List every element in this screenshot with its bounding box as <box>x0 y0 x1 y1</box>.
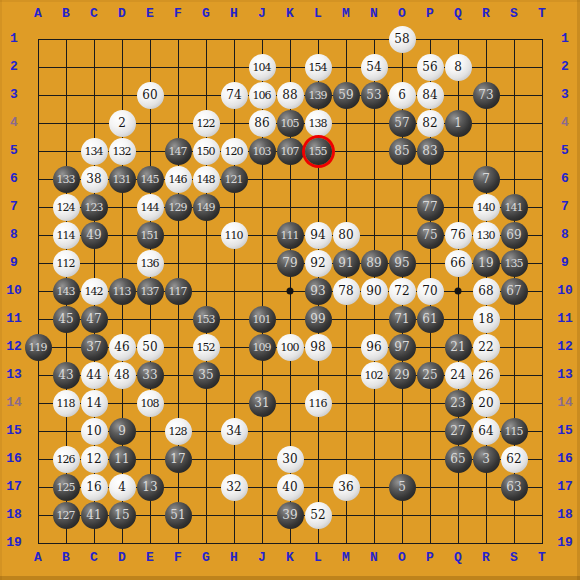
stone-black-59-M3: 59 <box>333 82 360 109</box>
row-label-left-2: 2 <box>1 59 27 75</box>
move-number: 108 <box>141 398 159 409</box>
stone-black-35-G13: 35 <box>193 362 220 389</box>
col-label-top-Q: Q <box>444 6 472 22</box>
move-number: 7 <box>482 173 490 185</box>
stone-black-67-S10: 67 <box>501 278 528 305</box>
move-number: 96 <box>366 341 381 353</box>
go-board-diagram: 1234567891011121314151617181920212223242… <box>0 0 580 580</box>
row-label-right-11: 11 <box>552 311 578 327</box>
move-number: 155 <box>309 146 327 157</box>
move-number: 57 <box>394 117 409 129</box>
row-label-right-9: 9 <box>552 255 578 271</box>
move-number: 26 <box>478 369 493 381</box>
stone-white-2-D4: 2 <box>109 110 136 137</box>
move-number: 136 <box>141 258 159 269</box>
move-number: 3 <box>482 453 490 465</box>
row-label-left-4: 4 <box>1 115 27 131</box>
row-label-left-14: 14 <box>1 395 27 411</box>
stone-black-121-H6: 121 <box>221 166 248 193</box>
move-number: 100 <box>281 342 299 353</box>
row-label-left-3: 3 <box>1 87 27 103</box>
move-number: 43 <box>58 369 73 381</box>
move-number: 76 <box>450 229 465 241</box>
col-label-bottom-R: R <box>472 550 500 566</box>
col-label-bottom-Q: Q <box>444 550 472 566</box>
move-number: 14 <box>86 397 101 409</box>
move-number: 64 <box>478 425 493 437</box>
stone-white-84-P3: 84 <box>417 82 444 109</box>
move-number: 99 <box>310 313 325 325</box>
stone-black-153-G11: 153 <box>193 306 220 333</box>
move-number: 35 <box>198 369 213 381</box>
move-number: 135 <box>505 258 523 269</box>
move-number: 12 <box>86 453 101 465</box>
row-label-right-15: 15 <box>552 423 578 439</box>
stone-white-54-N2: 54 <box>361 54 388 81</box>
stone-black-13-E17: 13 <box>137 474 164 501</box>
move-number: 50 <box>142 341 157 353</box>
move-number: 139 <box>309 90 327 101</box>
move-number: 75 <box>422 229 437 241</box>
move-number: 70 <box>422 285 437 297</box>
stone-black-99-L11: 99 <box>305 306 332 333</box>
move-number: 29 <box>394 369 409 381</box>
stone-white-92-L9: 92 <box>305 250 332 277</box>
move-number: 37 <box>86 341 101 353</box>
stone-white-20-R14: 20 <box>473 390 500 417</box>
stone-white-78-M10: 78 <box>333 278 360 305</box>
move-number: 16 <box>86 481 101 493</box>
move-number: 44 <box>86 369 101 381</box>
move-number: 17 <box>170 453 185 465</box>
stone-white-40-K17: 40 <box>277 474 304 501</box>
move-number: 91 <box>338 257 353 269</box>
move-number: 74 <box>226 89 241 101</box>
stone-black-141-S7: 141 <box>501 194 528 221</box>
row-label-left-18: 18 <box>1 507 27 523</box>
move-number: 125 <box>57 482 75 493</box>
stone-black-71-O11: 71 <box>389 306 416 333</box>
stone-white-46-D12: 46 <box>109 334 136 361</box>
move-number: 118 <box>57 398 75 409</box>
row-label-right-1: 1 <box>552 31 578 47</box>
stone-white-148-G6: 148 <box>193 166 220 193</box>
stone-white-18-R11: 18 <box>473 306 500 333</box>
stone-white-24-Q13: 24 <box>445 362 472 389</box>
col-label-top-F: F <box>164 6 192 22</box>
stone-white-152-G12: 152 <box>193 334 220 361</box>
move-number: 154 <box>309 62 327 73</box>
move-number: 129 <box>169 202 187 213</box>
move-number: 85 <box>394 145 409 157</box>
move-number: 111 <box>281 230 299 241</box>
stone-black-79-K9: 79 <box>277 250 304 277</box>
stone-white-130-R8: 130 <box>473 222 500 249</box>
col-label-bottom-O: O <box>388 550 416 566</box>
stone-black-117-F10: 117 <box>165 278 192 305</box>
row-label-right-18: 18 <box>552 507 578 523</box>
stone-white-150-G5: 150 <box>193 138 220 165</box>
move-number: 149 <box>197 202 215 213</box>
row-label-left-5: 5 <box>1 143 27 159</box>
stone-white-96-N12: 96 <box>361 334 388 361</box>
move-number: 27 <box>450 425 465 437</box>
stone-black-61-P11: 61 <box>417 306 444 333</box>
move-number: 39 <box>282 509 297 521</box>
stone-black-135-S9: 135 <box>501 250 528 277</box>
move-number: 113 <box>113 286 131 297</box>
move-number: 121 <box>225 174 243 185</box>
stone-black-111-K8: 111 <box>277 222 304 249</box>
move-number: 124 <box>57 202 75 213</box>
move-number: 109 <box>253 342 271 353</box>
stone-white-90-N10: 90 <box>361 278 388 305</box>
move-number: 30 <box>282 453 297 465</box>
stone-black-131-D6: 131 <box>109 166 136 193</box>
row-label-left-12: 12 <box>1 339 27 355</box>
move-number: 142 <box>85 286 103 297</box>
stone-white-12-C16: 12 <box>81 446 108 473</box>
stone-black-119-A12: 119 <box>25 334 52 361</box>
move-number: 19 <box>478 257 493 269</box>
stone-white-100-K12: 100 <box>277 334 304 361</box>
stone-white-110-H8: 110 <box>221 222 248 249</box>
move-number: 53 <box>366 89 381 101</box>
stone-white-70-P10: 70 <box>417 278 444 305</box>
move-number: 80 <box>338 229 353 241</box>
col-label-top-G: G <box>192 6 220 22</box>
stone-black-77-P7: 77 <box>417 194 444 221</box>
row-label-right-2: 2 <box>552 59 578 75</box>
stone-black-155-L5: 155 <box>305 138 332 165</box>
stone-white-60-E3: 60 <box>137 82 164 109</box>
stone-black-143-B10: 143 <box>53 278 80 305</box>
stone-white-98-L12: 98 <box>305 334 332 361</box>
row-label-right-13: 13 <box>552 367 578 383</box>
row-label-right-10: 10 <box>552 283 578 299</box>
stone-white-94-L8: 94 <box>305 222 332 249</box>
stone-black-57-O4: 57 <box>389 110 416 137</box>
col-label-top-D: D <box>108 6 136 22</box>
move-number: 45 <box>58 313 73 325</box>
move-number: 148 <box>197 174 215 185</box>
move-number: 66 <box>450 257 465 269</box>
stone-white-138-L4: 138 <box>305 110 332 137</box>
move-number: 77 <box>422 201 437 213</box>
move-number: 46 <box>114 341 129 353</box>
col-label-bottom-H: H <box>220 550 248 566</box>
move-number: 82 <box>422 117 437 129</box>
stone-white-22-R12: 22 <box>473 334 500 361</box>
col-label-top-T: T <box>528 6 556 22</box>
stone-white-104-J2: 104 <box>249 54 276 81</box>
col-label-bottom-P: P <box>416 550 444 566</box>
stone-white-82-P4: 82 <box>417 110 444 137</box>
move-number: 21 <box>450 341 465 353</box>
stone-black-1-Q4: 1 <box>445 110 472 137</box>
stone-black-7-R6: 7 <box>473 166 500 193</box>
stone-white-64-R15: 64 <box>473 418 500 445</box>
col-label-bottom-S: S <box>500 550 528 566</box>
stone-black-29-O13: 29 <box>389 362 416 389</box>
stone-black-27-Q15: 27 <box>445 418 472 445</box>
stone-black-73-R3: 73 <box>473 82 500 109</box>
stone-black-65-Q16: 65 <box>445 446 472 473</box>
col-label-bottom-C: C <box>80 550 108 566</box>
move-number: 137 <box>141 286 159 297</box>
move-number: 95 <box>394 257 409 269</box>
move-number: 90 <box>366 285 381 297</box>
move-number: 56 <box>422 61 437 73</box>
col-label-top-O: O <box>388 6 416 22</box>
move-number: 18 <box>478 313 493 325</box>
move-number: 132 <box>113 146 131 157</box>
stone-black-123-C7: 123 <box>81 194 108 221</box>
stone-white-34-H15: 34 <box>221 418 248 445</box>
stone-white-118-B14: 118 <box>53 390 80 417</box>
stone-white-140-R7: 140 <box>473 194 500 221</box>
move-number: 11 <box>114 453 129 465</box>
stone-black-75-P8: 75 <box>417 222 444 249</box>
stone-white-106-J3: 106 <box>249 82 276 109</box>
stone-black-137-E10: 137 <box>137 278 164 305</box>
move-number: 147 <box>169 146 187 157</box>
col-label-bottom-F: F <box>164 550 192 566</box>
move-number: 152 <box>197 342 215 353</box>
row-label-left-7: 7 <box>1 199 27 215</box>
stone-black-115-S15: 115 <box>501 418 528 445</box>
row-label-right-6: 6 <box>552 171 578 187</box>
stone-white-124-B7: 124 <box>53 194 80 221</box>
move-number: 92 <box>310 257 325 269</box>
stone-white-120-H5: 120 <box>221 138 248 165</box>
stone-black-21-Q12: 21 <box>445 334 472 361</box>
move-number: 79 <box>282 257 297 269</box>
move-number: 73 <box>478 89 493 101</box>
move-number: 40 <box>282 481 297 493</box>
stone-white-66-Q9: 66 <box>445 250 472 277</box>
row-label-left-8: 8 <box>1 227 27 243</box>
move-number: 9 <box>118 425 126 437</box>
stone-white-52-L18: 52 <box>305 502 332 529</box>
col-label-top-A: A <box>24 6 52 22</box>
col-label-top-P: P <box>416 6 444 22</box>
stone-black-37-C12: 37 <box>81 334 108 361</box>
col-label-top-K: K <box>276 6 304 22</box>
move-number: 116 <box>309 398 327 409</box>
stone-black-85-O5: 85 <box>389 138 416 165</box>
stone-white-72-O10: 72 <box>389 278 416 305</box>
stone-white-50-E12: 50 <box>137 334 164 361</box>
stone-white-10-C15: 10 <box>81 418 108 445</box>
move-number: 86 <box>254 117 269 129</box>
stone-black-95-O9: 95 <box>389 250 416 277</box>
row-label-right-19: 19 <box>552 535 578 551</box>
move-number: 101 <box>253 314 271 325</box>
stone-black-139-L3: 139 <box>305 82 332 109</box>
move-number: 97 <box>394 341 409 353</box>
stone-black-47-C11: 47 <box>81 306 108 333</box>
stone-black-33-E13: 33 <box>137 362 164 389</box>
move-number: 59 <box>338 89 353 101</box>
stone-black-109-J12: 109 <box>249 334 276 361</box>
move-number: 33 <box>142 369 157 381</box>
stone-white-16-C17: 16 <box>81 474 108 501</box>
move-number: 6 <box>398 89 406 101</box>
row-label-right-12: 12 <box>552 339 578 355</box>
move-number: 20 <box>478 397 493 409</box>
row-label-right-14: 14 <box>552 395 578 411</box>
stone-black-49-C8: 49 <box>81 222 108 249</box>
stone-white-38-C6: 38 <box>81 166 108 193</box>
stone-white-136-E9: 136 <box>137 250 164 277</box>
move-number: 138 <box>309 118 327 129</box>
move-number: 89 <box>366 257 381 269</box>
row-label-left-11: 11 <box>1 311 27 327</box>
col-label-bottom-G: G <box>192 550 220 566</box>
stone-white-76-Q8: 76 <box>445 222 472 249</box>
move-number: 72 <box>394 285 409 297</box>
row-label-left-9: 9 <box>1 255 27 271</box>
move-number: 32 <box>226 481 241 493</box>
move-number: 131 <box>113 174 131 185</box>
move-number: 47 <box>86 313 101 325</box>
stone-black-133-B6: 133 <box>53 166 80 193</box>
stone-white-144-E7: 144 <box>137 194 164 221</box>
stone-black-43-B13: 43 <box>53 362 80 389</box>
col-label-bottom-K: K <box>276 550 304 566</box>
move-number: 68 <box>478 285 493 297</box>
board-stones-grid: 1234567891011121314151617181920212223242… <box>24 25 556 557</box>
move-number: 69 <box>506 229 521 241</box>
move-number: 63 <box>506 481 521 493</box>
stone-white-146-F6: 146 <box>165 166 192 193</box>
move-number: 60 <box>142 89 157 101</box>
row-label-right-5: 5 <box>552 143 578 159</box>
col-label-top-R: R <box>472 6 500 22</box>
stone-black-41-C18: 41 <box>81 502 108 529</box>
row-label-right-7: 7 <box>552 199 578 215</box>
stone-black-17-F16: 17 <box>165 446 192 473</box>
col-label-top-N: N <box>360 6 388 22</box>
move-number: 49 <box>86 229 101 241</box>
move-number: 107 <box>281 146 299 157</box>
row-label-left-16: 16 <box>1 451 27 467</box>
row-label-left-15: 15 <box>1 423 27 439</box>
col-label-bottom-A: A <box>24 550 52 566</box>
move-number: 5 <box>398 481 406 493</box>
stone-black-91-M9: 91 <box>333 250 360 277</box>
move-number: 134 <box>85 146 103 157</box>
stone-black-101-J11: 101 <box>249 306 276 333</box>
move-number: 98 <box>310 341 325 353</box>
stone-white-134-C5: 134 <box>81 138 108 165</box>
stone-black-69-S8: 69 <box>501 222 528 249</box>
stone-white-6-O3: 6 <box>389 82 416 109</box>
col-label-top-E: E <box>136 6 164 22</box>
move-number: 1 <box>454 117 462 129</box>
col-label-top-J: J <box>248 6 276 22</box>
move-number: 61 <box>422 313 437 325</box>
col-label-bottom-D: D <box>108 550 136 566</box>
move-number: 34 <box>226 425 241 437</box>
move-number: 145 <box>141 174 159 185</box>
stone-white-80-M8: 80 <box>333 222 360 249</box>
stone-white-102-N13: 102 <box>361 362 388 389</box>
move-number: 51 <box>170 509 185 521</box>
row-label-right-8: 8 <box>552 227 578 243</box>
stone-white-132-D5: 132 <box>109 138 136 165</box>
col-label-bottom-L: L <box>304 550 332 566</box>
stone-white-30-K16: 30 <box>277 446 304 473</box>
row-label-left-1: 1 <box>1 31 27 47</box>
row-label-left-17: 17 <box>1 479 27 495</box>
move-number: 115 <box>505 426 523 437</box>
move-number: 127 <box>57 510 75 521</box>
col-label-top-M: M <box>332 6 360 22</box>
stone-black-89-N9: 89 <box>361 250 388 277</box>
col-label-bottom-M: M <box>332 550 360 566</box>
move-number: 25 <box>422 369 437 381</box>
move-number: 93 <box>310 285 325 297</box>
row-label-right-17: 17 <box>552 479 578 495</box>
stone-black-147-F5: 147 <box>165 138 192 165</box>
row-label-left-6: 6 <box>1 171 27 187</box>
move-number: 122 <box>197 118 215 129</box>
stone-white-122-G4: 122 <box>193 110 220 137</box>
stone-black-129-F7: 129 <box>165 194 192 221</box>
stone-black-83-P5: 83 <box>417 138 444 165</box>
stone-black-53-N3: 53 <box>361 82 388 109</box>
move-number: 128 <box>169 426 187 437</box>
stone-white-86-J4: 86 <box>249 110 276 137</box>
move-number: 41 <box>86 509 101 521</box>
move-number: 10 <box>86 425 101 437</box>
stone-white-128-F15: 128 <box>165 418 192 445</box>
move-number: 83 <box>422 145 437 157</box>
move-number: 146 <box>169 174 187 185</box>
move-number: 150 <box>197 146 215 157</box>
col-label-top-H: H <box>220 6 248 22</box>
col-label-bottom-E: E <box>136 550 164 566</box>
stone-white-8-Q2: 8 <box>445 54 472 81</box>
move-number: 38 <box>86 173 101 185</box>
stone-black-103-J5: 103 <box>249 138 276 165</box>
move-number: 52 <box>310 509 325 521</box>
stone-white-26-R13: 26 <box>473 362 500 389</box>
stone-black-97-O12: 97 <box>389 334 416 361</box>
stone-white-62-S16: 62 <box>501 446 528 473</box>
stone-white-116-L14: 116 <box>305 390 332 417</box>
move-number: 117 <box>169 286 187 297</box>
move-number: 126 <box>57 454 75 465</box>
stone-black-107-K5: 107 <box>277 138 304 165</box>
stone-white-108-E14: 108 <box>137 390 164 417</box>
stone-white-154-L2: 154 <box>305 54 332 81</box>
move-number: 123 <box>85 202 103 213</box>
move-number: 84 <box>422 89 437 101</box>
move-number: 2 <box>118 117 126 129</box>
move-number: 141 <box>505 202 523 213</box>
move-number: 103 <box>253 146 271 157</box>
move-number: 31 <box>254 397 269 409</box>
move-number: 153 <box>197 314 215 325</box>
move-number: 151 <box>141 230 159 241</box>
move-number: 104 <box>253 62 271 73</box>
row-label-right-16: 16 <box>552 451 578 467</box>
row-label-left-19: 19 <box>1 535 27 551</box>
stone-black-45-B11: 45 <box>53 306 80 333</box>
